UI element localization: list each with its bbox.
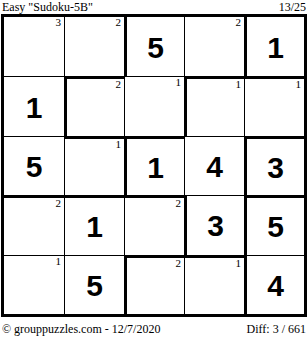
hint-digit: 1 bbox=[116, 138, 122, 151]
cell-r2c2[interactable]: 2 bbox=[64, 76, 124, 135]
given-digit: 5 bbox=[26, 150, 43, 182]
cell-r3c1: 5 bbox=[4, 136, 64, 195]
hint-digit: 1 bbox=[236, 257, 242, 270]
cell-r5c5: 4 bbox=[244, 255, 304, 314]
cell-r2c3[interactable]: 1 bbox=[124, 76, 184, 135]
cell-r1c4[interactable]: 2 bbox=[184, 17, 244, 76]
cell-r3c3: 1 bbox=[124, 136, 184, 195]
cell-r5c3[interactable]: 2 bbox=[124, 255, 184, 314]
footer-difficulty: Diff: 3 / 661 bbox=[247, 322, 306, 336]
given-digit: 1 bbox=[267, 31, 284, 63]
page-number: 13/25 bbox=[279, 0, 306, 14]
page-header: Easy "Sudoku-5B" 13/25 bbox=[2, 0, 306, 14]
footer-copyright: © grouppuzzles.com - 12/7/2020 bbox=[2, 322, 160, 336]
cell-r1c1[interactable]: 3 bbox=[4, 17, 64, 76]
given-digit: 5 bbox=[147, 31, 164, 63]
hint-digit: 2 bbox=[236, 16, 242, 29]
cell-r4c3[interactable]: 2 bbox=[124, 195, 184, 254]
given-digit: 3 bbox=[207, 209, 224, 241]
cell-r5c2: 5 bbox=[64, 255, 124, 314]
hint-digit: 2 bbox=[56, 197, 62, 210]
cell-r1c2[interactable]: 2 bbox=[64, 17, 124, 76]
given-digit: 1 bbox=[147, 151, 164, 183]
page-title: Easy "Sudoku-5B" bbox=[2, 0, 93, 14]
cell-r4c2: 1 bbox=[64, 195, 124, 254]
given-digit: 1 bbox=[86, 210, 103, 242]
page-footer: © grouppuzzles.com - 12/7/2020 Diff: 3 /… bbox=[2, 322, 306, 336]
given-digit: 4 bbox=[267, 269, 284, 301]
hint-digit: 2 bbox=[116, 16, 122, 29]
cell-r2c5[interactable]: 1 bbox=[244, 76, 304, 135]
cell-r2c1: 1 bbox=[4, 76, 64, 135]
hint-digit: 1 bbox=[176, 76, 182, 89]
puzzle-page: Easy "Sudoku-5B" 13/25 32521121115114321… bbox=[0, 0, 308, 343]
cell-r1c3: 5 bbox=[124, 17, 184, 76]
cell-r3c5: 3 bbox=[244, 136, 304, 195]
puzzle-grid: 3252112111511432123515214 bbox=[1, 14, 307, 317]
hint-digit: 2 bbox=[116, 78, 122, 91]
hint-digit: 1 bbox=[296, 78, 302, 91]
hint-digit: 3 bbox=[56, 16, 62, 29]
cell-r2c4[interactable]: 1 bbox=[184, 76, 244, 135]
cell-r4c5: 5 bbox=[244, 195, 304, 254]
given-digit: 5 bbox=[86, 269, 103, 301]
hint-digit: 2 bbox=[176, 197, 182, 210]
hint-digit: 1 bbox=[56, 255, 62, 268]
cell-r3c4: 4 bbox=[184, 136, 244, 195]
cell-r3c2[interactable]: 1 bbox=[64, 136, 124, 195]
hint-digit: 2 bbox=[176, 257, 182, 270]
given-digit: 4 bbox=[206, 150, 223, 182]
hint-digit: 1 bbox=[236, 78, 242, 91]
cell-r4c1[interactable]: 2 bbox=[4, 195, 64, 254]
cell-r5c4[interactable]: 1 bbox=[184, 255, 244, 314]
cell-r4c4: 3 bbox=[184, 195, 244, 254]
cell-r1c5: 1 bbox=[244, 17, 304, 76]
given-digit: 3 bbox=[267, 151, 284, 183]
cell-r5c1[interactable]: 1 bbox=[4, 255, 64, 314]
given-digit: 5 bbox=[267, 210, 284, 242]
given-digit: 1 bbox=[26, 91, 43, 123]
